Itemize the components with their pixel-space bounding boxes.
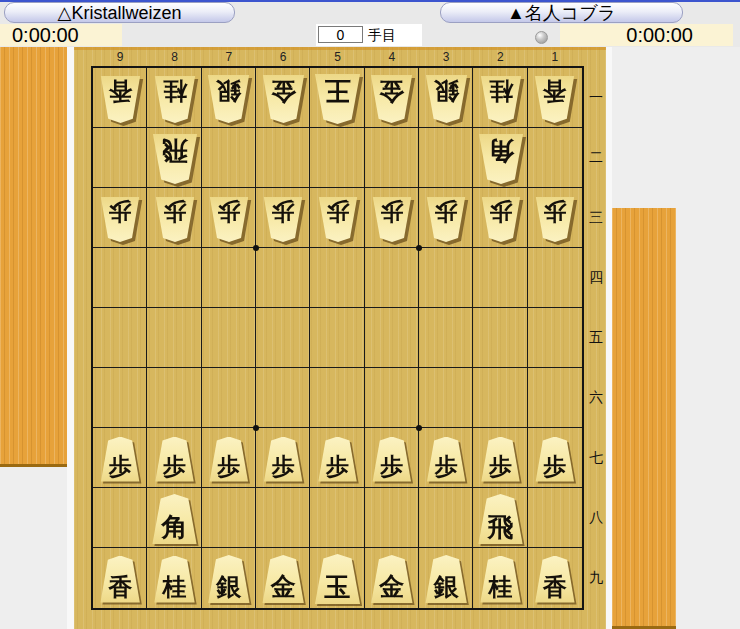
piece-gote-歩[interactable]: 歩	[372, 197, 412, 242]
koma-face: 香	[100, 76, 141, 123]
koma-kanji: 歩	[426, 197, 466, 224]
koma-kanji: 歩	[426, 454, 466, 481]
rank-label-1: 一	[585, 68, 607, 128]
koma-face: 歩	[209, 197, 249, 242]
piece-gote-銀[interactable]: 銀	[425, 75, 468, 123]
koma-face: 歩	[318, 197, 358, 242]
piece-gote-香[interactable]: 香	[534, 76, 575, 123]
koma-face: 桂	[154, 556, 196, 603]
file-label-9: 9	[93, 49, 147, 65]
koma-face: 金	[370, 555, 413, 603]
piece-gote-歩[interactable]: 歩	[481, 197, 521, 242]
sente-captured-tray[interactable]	[612, 208, 676, 629]
koma-face: 金	[262, 555, 305, 603]
koma-face: 歩	[263, 197, 303, 242]
koma-face: 歩	[209, 437, 249, 482]
left-gap	[67, 47, 74, 629]
koma-kanji: 香	[534, 574, 575, 602]
koma-face: 銀	[207, 555, 250, 603]
piece-gote-香[interactable]: 香	[100, 76, 141, 123]
move-counter: 0 手目	[316, 24, 422, 46]
piece-sente-銀[interactable]: 銀	[425, 555, 468, 603]
gote-clock: 0:00:00	[0, 24, 122, 46]
koma-kanji: 歩	[372, 197, 412, 224]
piece-gote-飛[interactable]: 飛	[152, 134, 198, 184]
piece-layer: 香桂銀金王金銀桂香飛角歩歩歩歩歩歩歩歩歩歩歩歩歩歩歩歩歩歩角飛香桂銀金玉金銀桂香	[93, 68, 582, 608]
koma-face: 歩	[481, 197, 521, 242]
rank-label-3: 三	[585, 188, 607, 248]
file-label-4: 4	[365, 49, 419, 65]
koma-kanji: 香	[534, 76, 575, 104]
koma-kanji: 王	[314, 74, 361, 104]
koma-kanji: 歩	[318, 454, 358, 481]
piece-gote-歩[interactable]: 歩	[100, 197, 140, 242]
file-label-1: 1	[528, 49, 582, 65]
koma-face: 玉	[314, 554, 361, 604]
koma-face: 角	[152, 494, 198, 544]
piece-gote-歩[interactable]: 歩	[318, 197, 358, 242]
koma-face: 歩	[100, 197, 140, 242]
piece-gote-歩[interactable]: 歩	[155, 197, 195, 242]
koma-kanji: 歩	[155, 197, 195, 224]
rank-label-4: 四	[585, 248, 607, 308]
piece-sente-金[interactable]: 金	[262, 555, 305, 603]
koma-kanji: 桂	[154, 574, 196, 602]
status-led-icon	[535, 31, 548, 44]
koma-face: 歩	[481, 437, 521, 482]
file-label-3: 3	[419, 49, 473, 65]
koma-face: 歩	[263, 437, 303, 482]
piece-sente-香[interactable]: 香	[100, 556, 141, 603]
piece-gote-歩[interactable]: 歩	[426, 197, 466, 242]
rank-label-7: 七	[585, 428, 607, 488]
koma-kanji: 歩	[372, 454, 412, 481]
koma-face: 香	[534, 76, 575, 123]
koma-face: 歩	[372, 197, 412, 242]
koma-face: 歩	[426, 197, 466, 242]
piece-gote-金[interactable]: 金	[262, 75, 305, 123]
gote-captured-tray[interactable]	[0, 47, 67, 467]
koma-face: 歩	[155, 437, 195, 482]
piece-sente-歩[interactable]: 歩	[372, 437, 412, 482]
koma-kanji: 飛	[152, 134, 198, 164]
piece-gote-歩[interactable]: 歩	[209, 197, 249, 242]
koma-kanji: 香	[100, 574, 141, 602]
piece-gote-歩[interactable]: 歩	[535, 197, 575, 242]
koma-kanji: 歩	[481, 197, 521, 224]
koma-kanji: 銀	[425, 75, 468, 104]
piece-sente-歩[interactable]: 歩	[481, 437, 521, 482]
koma-kanji: 金	[262, 574, 305, 603]
koma-kanji: 玉	[314, 574, 361, 604]
piece-sente-歩[interactable]: 歩	[209, 437, 249, 482]
piece-sente-歩[interactable]: 歩	[155, 437, 195, 482]
piece-gote-角[interactable]: 角	[478, 134, 524, 184]
piece-sente-飛[interactable]: 飛	[478, 494, 524, 544]
piece-sente-玉[interactable]: 玉	[314, 554, 361, 604]
header-bar: △Kristallweizen ▲名人コブラ 0:00:00 0 手目 0:00…	[0, 0, 740, 47]
koma-kanji: 金	[370, 574, 413, 603]
shogi-app-window: △Kristallweizen ▲名人コブラ 0:00:00 0 手目 0:00…	[0, 0, 740, 629]
file-label-5: 5	[310, 49, 364, 65]
koma-kanji: 角	[478, 134, 524, 164]
piece-sente-歩[interactable]: 歩	[263, 437, 303, 482]
koma-face: 歩	[100, 437, 140, 482]
koma-face: 銀	[425, 555, 468, 603]
koma-face: 歩	[155, 197, 195, 242]
koma-kanji: 桂	[480, 76, 522, 104]
koma-kanji: 香	[100, 76, 141, 104]
koma-face: 歩	[535, 197, 575, 242]
rank-labels: 一二三四五六七八九	[585, 68, 607, 608]
koma-kanji: 歩	[100, 197, 140, 224]
koma-kanji: 歩	[263, 454, 303, 481]
piece-gote-桂[interactable]: 桂	[480, 76, 522, 123]
koma-face: 香	[534, 556, 575, 603]
koma-face: 歩	[318, 437, 358, 482]
koma-kanji: 歩	[209, 454, 249, 481]
sente-clock: 0:00:00	[560, 24, 733, 46]
piece-sente-歩[interactable]: 歩	[426, 437, 466, 482]
koma-kanji: 歩	[263, 197, 303, 224]
board-grid: 香桂銀金王金銀桂香飛角歩歩歩歩歩歩歩歩歩歩歩歩歩歩歩歩歩歩角飛香桂銀金玉金銀桂香	[91, 66, 584, 610]
file-labels: 987654321	[93, 49, 582, 65]
koma-kanji: 桂	[480, 574, 522, 602]
rank-label-2: 二	[585, 128, 607, 188]
rank-label-5: 五	[585, 308, 607, 368]
piece-sente-角[interactable]: 角	[152, 494, 198, 544]
window-top-accent	[0, 0, 740, 2]
koma-kanji: 桂	[154, 76, 196, 104]
koma-face: 金	[370, 75, 413, 123]
koma-face: 角	[478, 134, 524, 184]
koma-face: 桂	[480, 76, 522, 123]
koma-face: 桂	[480, 556, 522, 603]
piece-sente-桂[interactable]: 桂	[480, 556, 522, 603]
piece-sente-金[interactable]: 金	[370, 555, 413, 603]
piece-gote-王[interactable]: 王	[314, 74, 361, 124]
koma-kanji: 銀	[207, 75, 250, 104]
piece-gote-歩[interactable]: 歩	[263, 197, 303, 242]
rank-label-6: 六	[585, 368, 607, 428]
koma-face: 飛	[478, 494, 524, 544]
sente-player-button[interactable]: ▲名人コブラ	[440, 2, 683, 23]
piece-gote-桂[interactable]: 桂	[154, 76, 196, 123]
koma-kanji: 歩	[155, 454, 195, 481]
game-area: 987654321 香桂銀金王金銀桂香飛角歩歩歩歩歩歩歩歩歩歩歩歩歩歩歩歩歩歩角…	[0, 47, 740, 629]
rank-label-9: 九	[585, 548, 607, 608]
koma-kanji: 金	[262, 75, 305, 104]
koma-kanji: 歩	[535, 197, 575, 224]
piece-gote-銀[interactable]: 銀	[207, 75, 250, 123]
koma-kanji: 銀	[425, 574, 468, 603]
file-label-7: 7	[202, 49, 256, 65]
koma-kanji: 飛	[478, 514, 524, 544]
piece-gote-金[interactable]: 金	[370, 75, 413, 123]
piece-sente-香[interactable]: 香	[534, 556, 575, 603]
rank-label-8: 八	[585, 488, 607, 548]
koma-face: 飛	[152, 134, 198, 184]
koma-kanji: 銀	[207, 574, 250, 603]
shogi-board: 987654321 香桂銀金王金銀桂香飛角歩歩歩歩歩歩歩歩歩歩歩歩歩歩歩歩歩歩角…	[74, 47, 606, 629]
koma-face: 歩	[426, 437, 466, 482]
koma-kanji: 金	[370, 75, 413, 104]
koma-face: 香	[100, 556, 141, 603]
koma-face: 桂	[154, 76, 196, 123]
gote-player-name: △Kristallweizen	[58, 2, 182, 24]
sente-player-name: ▲名人コブラ	[507, 1, 616, 25]
gote-player-button[interactable]: △Kristallweizen	[4, 2, 235, 23]
koma-kanji: 角	[152, 514, 198, 544]
koma-kanji: 歩	[209, 197, 249, 224]
koma-face: 王	[314, 74, 361, 124]
move-counter-input[interactable]: 0	[318, 26, 363, 43]
koma-face: 歩	[372, 437, 412, 482]
koma-face: 歩	[535, 437, 575, 482]
koma-kanji: 歩	[318, 197, 358, 224]
piece-sente-銀[interactable]: 銀	[207, 555, 250, 603]
piece-sente-歩[interactable]: 歩	[535, 437, 575, 482]
file-label-2: 2	[473, 49, 527, 65]
file-label-6: 6	[256, 49, 310, 65]
koma-face: 銀	[425, 75, 468, 123]
koma-kanji: 歩	[100, 454, 140, 481]
koma-kanji: 歩	[535, 454, 575, 481]
piece-sente-桂[interactable]: 桂	[154, 556, 196, 603]
koma-face: 銀	[207, 75, 250, 123]
file-label-8: 8	[147, 49, 201, 65]
koma-kanji: 歩	[481, 454, 521, 481]
piece-sente-歩[interactable]: 歩	[318, 437, 358, 482]
koma-face: 金	[262, 75, 305, 123]
move-counter-label: 手目	[368, 27, 396, 45]
piece-sente-歩[interactable]: 歩	[100, 437, 140, 482]
